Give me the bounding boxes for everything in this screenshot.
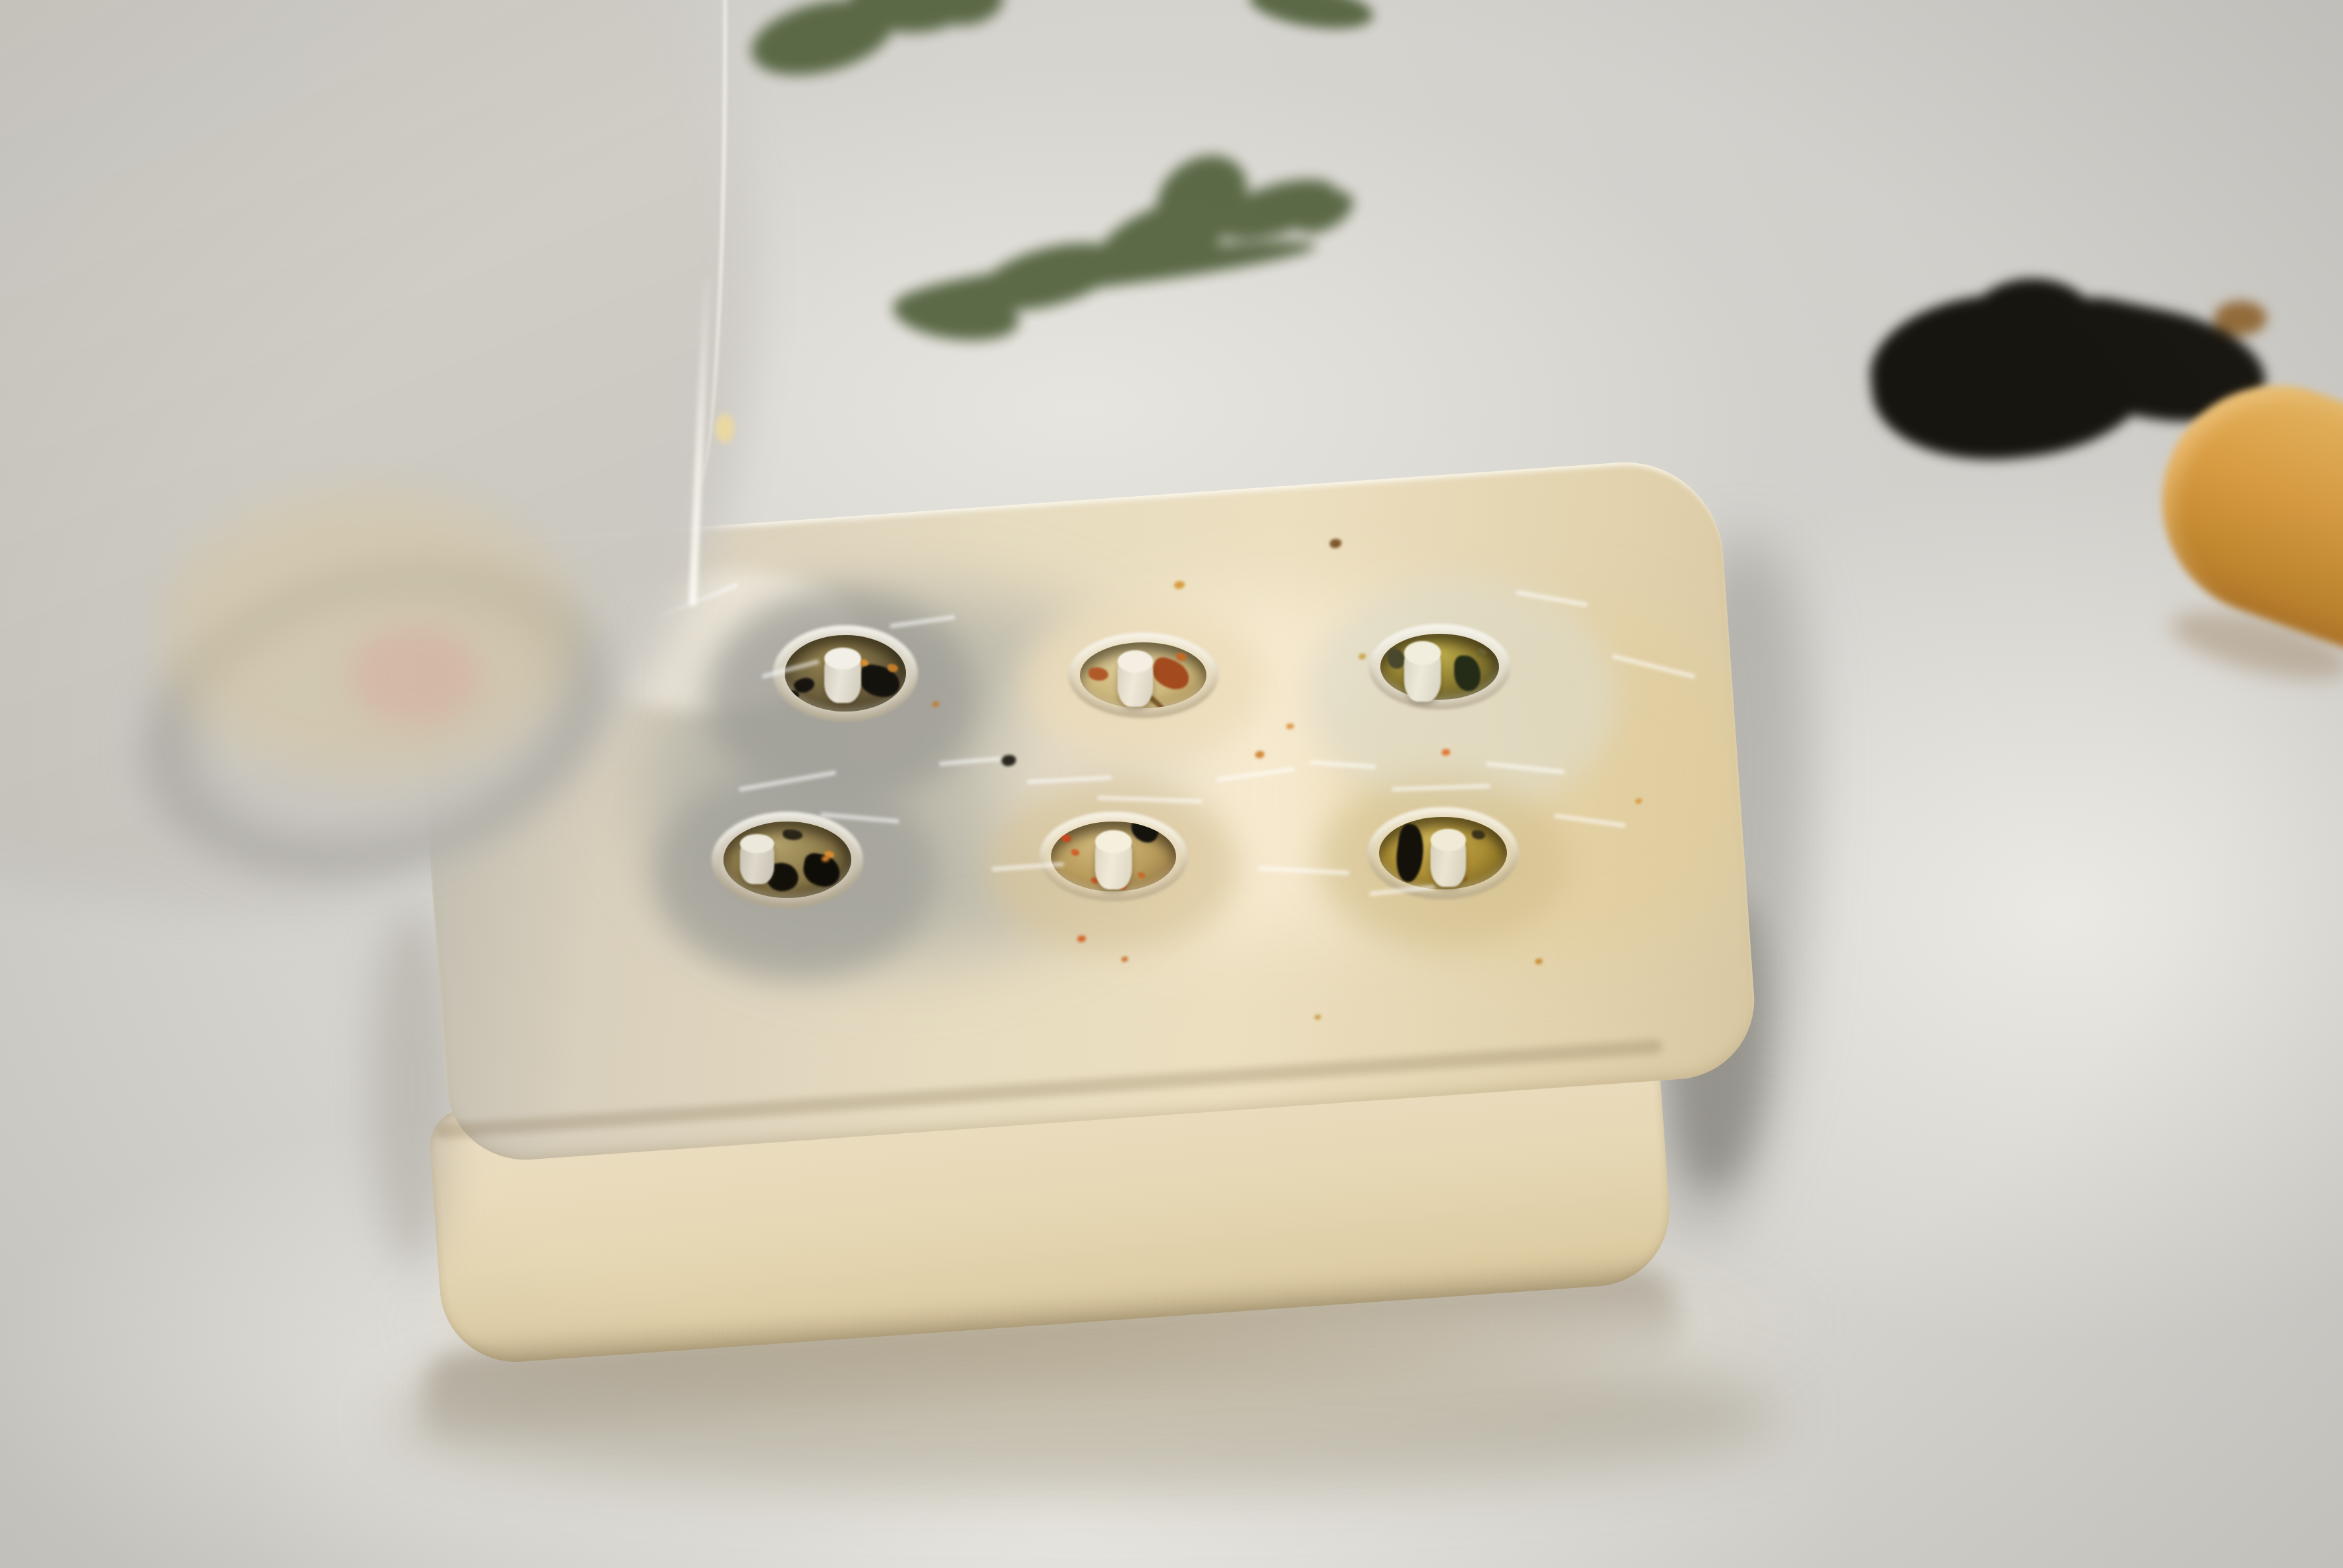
photo-scene: Overhead photo of a wet translucent six-… xyxy=(0,0,2343,1568)
vignette-overlay xyxy=(0,0,2343,1568)
